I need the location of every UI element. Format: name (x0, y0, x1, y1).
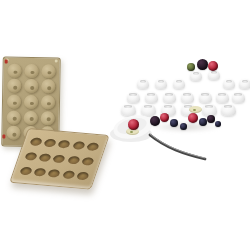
berry-blackberry (207, 115, 215, 123)
berry-blackberry (197, 59, 208, 70)
berry-raspberry (160, 113, 169, 122)
berry-raspberry (208, 61, 218, 71)
berry-raspberry (128, 119, 139, 130)
berry-blueberry (215, 121, 221, 127)
product-photo (0, 0, 250, 250)
berry-blackberry (150, 116, 160, 126)
berry-blueberry (180, 123, 187, 130)
berry-green (187, 63, 195, 71)
berry-blueberry (199, 118, 207, 126)
berry-raspberry (188, 113, 198, 123)
berry-layer (0, 0, 250, 250)
dessert-scene (0, 0, 250, 250)
berry-blueberry (170, 119, 178, 127)
